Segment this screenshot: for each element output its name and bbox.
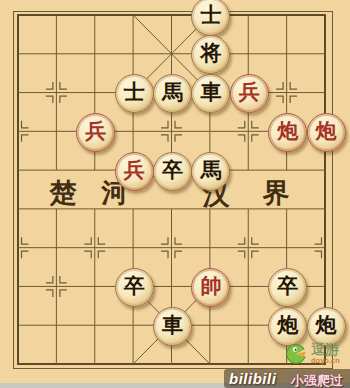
piece-glyph: 士 — [200, 5, 221, 26]
piece-black-horse[interactable]: 馬 — [153, 74, 192, 113]
piece-black-chariot[interactable]: 車 — [153, 307, 192, 346]
piece-glyph: 卒 — [162, 160, 183, 181]
piece-glyph: 士 — [124, 82, 145, 103]
piece-red-soldier[interactable]: 兵 — [230, 74, 269, 113]
bilibili-watermark: bilibili — [229, 370, 276, 387]
piece-red-cannon[interactable]: 炮 — [268, 113, 307, 152]
piece-glyph: 車 — [162, 315, 183, 336]
piece-glyph: 馬 — [200, 160, 221, 181]
piece-black-cannon[interactable]: 炮 — [268, 307, 307, 346]
piece-black-soldier[interactable]: 卒 — [115, 268, 154, 307]
piece-glyph: 卒 — [277, 276, 298, 297]
piece-black-cannon[interactable]: 炮 — [307, 307, 346, 346]
piece-glyph: 車 — [200, 82, 221, 103]
piece-glyph: 兵 — [85, 121, 106, 142]
channel-watermark: 小强爬过 — [291, 372, 343, 388]
river-label-jie: 界 — [261, 178, 291, 208]
river-label-chu: 楚 — [48, 178, 78, 208]
piece-black-horse[interactable]: 馬 — [191, 152, 230, 191]
piece-red-cannon[interactable]: 炮 — [307, 113, 346, 152]
piece-glyph: 炮 — [277, 315, 298, 336]
piece-black-soldier[interactable]: 卒 — [268, 268, 307, 307]
piece-glyph: 炮 — [277, 121, 298, 142]
piece-black-advisor[interactable]: 士 — [115, 74, 154, 113]
xiangqi-board-screen: 楚 河 汉 界 士将士馬車兵兵炮炮兵卒馬卒帥卒車炮炮 逗游 doyo.cn bi… — [0, 0, 350, 388]
piece-red-soldier[interactable]: 兵 — [115, 152, 154, 191]
doyo-logo-icon — [286, 342, 308, 366]
piece-glyph: 将 — [200, 43, 221, 64]
piece-glyph: 炮 — [316, 121, 337, 142]
doyo-watermark: 逗游 doyo.cn — [286, 342, 340, 366]
piece-glyph: 帥 — [200, 276, 221, 297]
piece-black-soldier[interactable]: 卒 — [153, 152, 192, 191]
piece-red-soldier[interactable]: 兵 — [76, 113, 115, 152]
piece-glyph: 馬 — [162, 82, 183, 103]
piece-glyph: 兵 — [239, 82, 260, 103]
piece-glyph: 炮 — [316, 315, 337, 336]
piece-glyph: 兵 — [124, 160, 145, 181]
doyo-site-url: doyo.cn — [311, 357, 340, 365]
doyo-site-name: 逗游 — [311, 342, 340, 357]
piece-glyph: 卒 — [124, 276, 145, 297]
